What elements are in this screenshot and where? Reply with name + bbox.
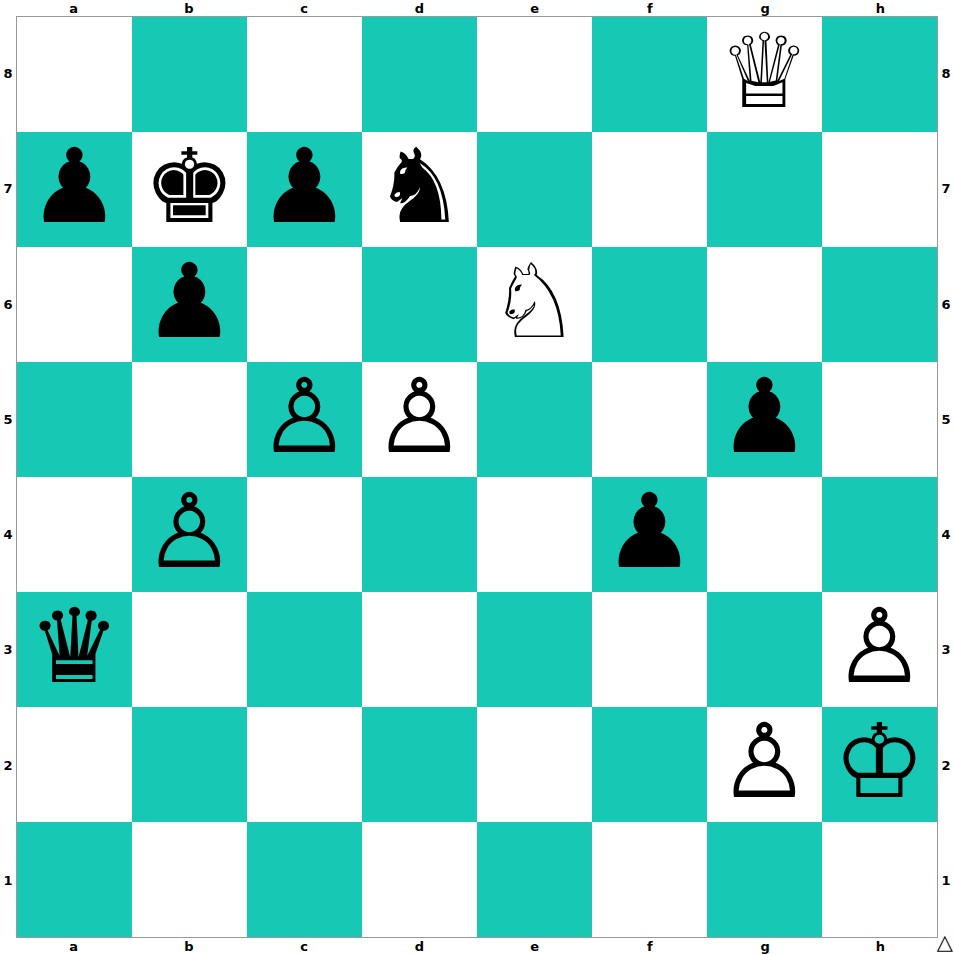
square-f8[interactable] (592, 17, 707, 132)
piece-black-pawn: ♟ (603, 480, 695, 583)
square-h3[interactable]: ♙ (822, 592, 937, 707)
piece-black-queen: ♛ (28, 595, 120, 698)
piece-black-king: ♚ (143, 135, 235, 238)
square-g1[interactable] (707, 822, 822, 937)
piece-white-queen: ♕ (718, 20, 810, 123)
piece-black-pawn: ♟ (718, 365, 810, 468)
rank-label-left-2: 2 (0, 708, 16, 823)
rank-label-left-7: 7 (0, 131, 16, 246)
rank-label-left-8: 8 (0, 16, 16, 131)
square-a8[interactable] (17, 17, 132, 132)
piece-white-pawn: ♙ (373, 365, 465, 468)
square-c1[interactable] (247, 822, 362, 937)
square-d1[interactable] (362, 822, 477, 937)
square-a4[interactable] (17, 477, 132, 592)
square-h7[interactable] (822, 132, 937, 247)
rank-label-right-7: 7 (938, 131, 954, 246)
rank-label-right-4: 4 (938, 477, 954, 592)
square-a7[interactable]: ♟ (17, 132, 132, 247)
square-h6[interactable] (822, 247, 937, 362)
square-h4[interactable] (822, 477, 937, 592)
square-c3[interactable] (247, 592, 362, 707)
square-g7[interactable] (707, 132, 822, 247)
white-to-move-indicator: △ (937, 932, 953, 953)
square-b4[interactable]: ♙ (132, 477, 247, 592)
rank-label-right-1: 1 (938, 823, 954, 938)
square-a2[interactable] (17, 707, 132, 822)
square-e7[interactable] (477, 132, 592, 247)
piece-white-pawn: ♙ (258, 365, 350, 468)
square-h8[interactable] (822, 17, 937, 132)
square-g6[interactable] (707, 247, 822, 362)
square-e3[interactable] (477, 592, 592, 707)
rank-label-left-3: 3 (0, 592, 16, 707)
piece-white-king: ♔ (833, 710, 925, 813)
square-b1[interactable] (132, 822, 247, 937)
square-c5[interactable]: ♙ (247, 362, 362, 477)
piece-black-pawn: ♟ (28, 135, 120, 238)
file-label-bottom-g: g (708, 938, 823, 954)
piece-white-pawn: ♙ (833, 595, 925, 698)
square-g4[interactable] (707, 477, 822, 592)
file-label-top-d: d (362, 0, 477, 16)
file-label-top-g: g (708, 0, 823, 16)
file-label-bottom-c: c (247, 938, 362, 954)
square-c4[interactable] (247, 477, 362, 592)
square-d8[interactable] (362, 17, 477, 132)
file-label-bottom-h: h (823, 938, 938, 954)
square-e1[interactable] (477, 822, 592, 937)
square-d7[interactable]: ♞ (362, 132, 477, 247)
rank-label-left-1: 1 (0, 823, 16, 938)
piece-white-knight: ♘ (488, 250, 580, 353)
chess-diagram: abcdefgh abcdefgh 87654321 87654321 ♕♟♚♟… (0, 0, 954, 954)
file-label-top-h: h (823, 0, 938, 16)
file-label-top-a: a (16, 0, 131, 16)
square-a6[interactable] (17, 247, 132, 362)
square-b7[interactable]: ♚ (132, 132, 247, 247)
rank-label-right-8: 8 (938, 16, 954, 131)
file-label-top-e: e (477, 0, 592, 16)
square-f1[interactable] (592, 822, 707, 937)
file-labels-bottom: abcdefgh (16, 938, 938, 954)
square-c6[interactable] (247, 247, 362, 362)
square-f6[interactable] (592, 247, 707, 362)
square-a1[interactable] (17, 822, 132, 937)
piece-black-knight: ♞ (373, 135, 465, 238)
rank-label-right-3: 3 (938, 592, 954, 707)
square-f4[interactable]: ♟ (592, 477, 707, 592)
file-label-top-f: f (592, 0, 707, 16)
piece-white-pawn: ♙ (143, 480, 235, 583)
square-d6[interactable] (362, 247, 477, 362)
file-label-bottom-b: b (131, 938, 246, 954)
file-label-top-b: b (131, 0, 246, 16)
square-h1[interactable] (822, 822, 937, 937)
square-b3[interactable] (132, 592, 247, 707)
file-labels-top: abcdefgh (16, 0, 938, 16)
square-b6[interactable]: ♟ (132, 247, 247, 362)
file-label-bottom-e: e (477, 938, 592, 954)
square-e4[interactable] (477, 477, 592, 592)
rank-label-right-2: 2 (938, 708, 954, 823)
piece-black-pawn: ♟ (258, 135, 350, 238)
rank-label-left-5: 5 (0, 362, 16, 477)
square-d3[interactable] (362, 592, 477, 707)
square-d4[interactable] (362, 477, 477, 592)
rank-label-right-5: 5 (938, 362, 954, 477)
square-f3[interactable] (592, 592, 707, 707)
piece-black-pawn: ♟ (143, 250, 235, 353)
square-h2[interactable]: ♔ (822, 707, 937, 822)
file-label-bottom-d: d (362, 938, 477, 954)
square-g3[interactable] (707, 592, 822, 707)
file-label-bottom-f: f (592, 938, 707, 954)
square-c8[interactable] (247, 17, 362, 132)
square-a5[interactable] (17, 362, 132, 477)
square-g8[interactable]: ♕ (707, 17, 822, 132)
square-e5[interactable] (477, 362, 592, 477)
square-f2[interactable] (592, 707, 707, 822)
square-g5[interactable]: ♟ (707, 362, 822, 477)
square-h5[interactable] (822, 362, 937, 477)
rank-label-left-6: 6 (0, 247, 16, 362)
square-d2[interactable] (362, 707, 477, 822)
square-a3[interactable]: ♛ (17, 592, 132, 707)
piece-white-pawn: ♙ (718, 710, 810, 813)
square-d5[interactable]: ♙ (362, 362, 477, 477)
square-f5[interactable] (592, 362, 707, 477)
chess-board: ♕♟♚♟♞♟♘♙♙♟♙♟♛♙♙♔ (16, 16, 938, 938)
file-label-bottom-a: a (16, 938, 131, 954)
file-label-top-c: c (247, 0, 362, 16)
rank-labels-left: 87654321 (0, 16, 16, 938)
rank-label-right-6: 6 (938, 247, 954, 362)
square-e8[interactable] (477, 17, 592, 132)
square-e6[interactable]: ♘ (477, 247, 592, 362)
square-b5[interactable] (132, 362, 247, 477)
square-e2[interactable] (477, 707, 592, 822)
square-f7[interactable] (592, 132, 707, 247)
square-c2[interactable] (247, 707, 362, 822)
square-b2[interactable] (132, 707, 247, 822)
square-g2[interactable]: ♙ (707, 707, 822, 822)
rank-label-left-4: 4 (0, 477, 16, 592)
square-b8[interactable] (132, 17, 247, 132)
square-c7[interactable]: ♟ (247, 132, 362, 247)
rank-labels-right: 87654321 (938, 16, 954, 938)
